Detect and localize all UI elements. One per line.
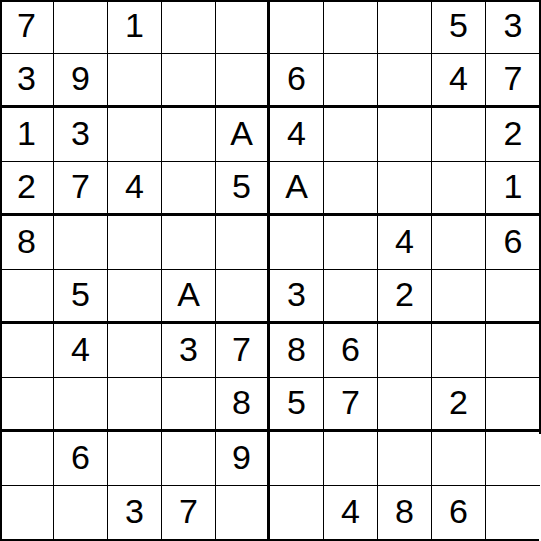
cell-r4c9[interactable] (432, 162, 486, 216)
cell-r8c5: 8 (216, 378, 270, 432)
sudoku-grid: 71533964713A422745A18465A324378685726937… (0, 0, 540, 540)
cell-r1c9: 5 (432, 0, 486, 54)
cell-r7c9[interactable] (432, 324, 486, 378)
cell-r10c7: 4 (324, 486, 378, 540)
cell-r2c4[interactable] (162, 54, 216, 108)
cell-r5c5[interactable] (216, 216, 270, 270)
cell-r3c10: 2 (486, 108, 540, 162)
cell-r5c4[interactable] (162, 216, 216, 270)
cell-r3c7[interactable] (324, 108, 378, 162)
board-border-left (0, 0, 2, 541)
cell-r9c10[interactable] (486, 432, 540, 486)
cell-r7c5: 7 (216, 324, 270, 378)
cell-r1c2[interactable] (54, 0, 108, 54)
cell-r3c2: 3 (54, 108, 108, 162)
cell-value: 6 (449, 492, 468, 531)
cell-r6c1[interactable] (0, 270, 54, 324)
cell-value: 5 (71, 275, 90, 314)
cell-r5c1: 8 (0, 216, 54, 270)
cell-r5c2[interactable] (54, 216, 108, 270)
cell-value: 6 (341, 330, 360, 369)
cell-r8c7: 7 (324, 378, 378, 432)
cell-value: 9 (71, 59, 90, 98)
cell-value: 8 (287, 330, 306, 369)
cell-r2c5[interactable] (216, 54, 270, 108)
cell-value: 4 (287, 114, 306, 153)
cell-r6c2: 5 (54, 270, 108, 324)
cell-r7c4: 3 (162, 324, 216, 378)
cell-value: 3 (125, 492, 144, 531)
cell-r2c3[interactable] (108, 54, 162, 108)
cell-r7c2: 4 (54, 324, 108, 378)
cell-r7c8[interactable] (378, 324, 432, 378)
cell-value: 6 (287, 59, 306, 98)
cell-r6c10[interactable] (486, 270, 540, 324)
cell-r1c5[interactable] (216, 0, 270, 54)
cell-r2c9: 4 (432, 54, 486, 108)
cell-r3c1: 1 (0, 108, 54, 162)
cell-r10c8: 8 (378, 486, 432, 540)
cell-value: 4 (71, 330, 90, 369)
cell-r3c3[interactable] (108, 108, 162, 162)
cell-value: 5 (287, 383, 306, 422)
cell-r9c5: 9 (216, 432, 270, 486)
cell-r3c4[interactable] (162, 108, 216, 162)
cell-value: 9 (232, 438, 251, 477)
cell-r10c3: 3 (108, 486, 162, 540)
cell-r7c1[interactable] (0, 324, 54, 378)
cell-value: A (285, 167, 308, 206)
cell-r1c6[interactable] (270, 0, 324, 54)
cell-r1c8[interactable] (378, 0, 432, 54)
cell-value: 2 (449, 383, 468, 422)
cell-r7c7: 6 (324, 324, 378, 378)
cell-r4c5: 5 (216, 162, 270, 216)
cell-r4c3: 4 (108, 162, 162, 216)
cell-value: A (177, 275, 200, 314)
cell-r10c9: 6 (432, 486, 486, 540)
cell-r10c4: 7 (162, 486, 216, 540)
cell-r6c8: 2 (378, 270, 432, 324)
cell-value: 2 (504, 114, 523, 153)
cell-r9c1[interactable] (0, 432, 54, 486)
cell-r6c4: A (162, 270, 216, 324)
cell-value: 7 (504, 59, 523, 98)
cell-r8c10[interactable] (486, 378, 540, 432)
cell-r10c1[interactable] (0, 486, 54, 540)
cell-value: 1 (17, 114, 36, 153)
cell-r3c8[interactable] (378, 108, 432, 162)
cell-r5c8: 4 (378, 216, 432, 270)
cell-r8c9: 2 (432, 378, 486, 432)
cell-r8c8[interactable] (378, 378, 432, 432)
cell-value: 7 (17, 6, 36, 45)
cell-value: 3 (287, 275, 306, 314)
cell-r7c3[interactable] (108, 324, 162, 378)
cell-r1c3: 1 (108, 0, 162, 54)
cell-r3c6: 4 (270, 108, 324, 162)
cell-r8c1[interactable] (0, 378, 54, 432)
cell-r5c6[interactable] (270, 216, 324, 270)
cell-value: 8 (232, 383, 251, 422)
cell-value: 3 (17, 59, 36, 98)
cell-value: 7 (179, 492, 198, 531)
cell-value: 3 (504, 6, 523, 45)
cell-value: 7 (341, 383, 360, 422)
cell-value: 1 (504, 167, 523, 206)
cell-r10c2[interactable] (54, 486, 108, 540)
sudoku-board: 71533964713A422745A18465A324378685726937… (0, 0, 541, 541)
cell-r7c6: 8 (270, 324, 324, 378)
cell-r8c2[interactable] (54, 378, 108, 432)
cell-r2c6: 6 (270, 54, 324, 108)
cell-value: 6 (71, 438, 90, 477)
cell-r6c5[interactable] (216, 270, 270, 324)
cell-r5c10: 6 (486, 216, 540, 270)
cell-value: 3 (179, 330, 198, 369)
cell-value: 7 (71, 167, 90, 206)
cell-value: 5 (449, 6, 468, 45)
cell-r10c6[interactable] (270, 486, 324, 540)
cell-r2c8[interactable] (378, 54, 432, 108)
cell-value: 4 (449, 59, 468, 98)
cell-value: 8 (17, 222, 36, 261)
cell-r9c6[interactable] (270, 432, 324, 486)
cell-r10c5[interactable] (216, 486, 270, 540)
cell-r5c7[interactable] (324, 216, 378, 270)
cell-value: 8 (395, 492, 414, 531)
cell-r4c10: 1 (486, 162, 540, 216)
cell-r5c3[interactable] (108, 216, 162, 270)
cell-r6c3[interactable] (108, 270, 162, 324)
cell-value: A (230, 114, 253, 153)
board-border-top (0, 0, 541, 2)
cell-r4c2: 7 (54, 162, 108, 216)
cell-r6c7[interactable] (324, 270, 378, 324)
cell-r3c9[interactable] (432, 108, 486, 162)
cell-r10c10[interactable] (486, 486, 540, 540)
cell-r4c7[interactable] (324, 162, 378, 216)
cell-r2c1: 3 (0, 54, 54, 108)
cell-r8c4[interactable] (162, 378, 216, 432)
cell-r4c6: A (270, 162, 324, 216)
cell-value: 3 (71, 114, 90, 153)
cell-value: 1 (125, 6, 144, 45)
cell-r9c8[interactable] (378, 432, 432, 486)
cell-r6c6: 3 (270, 270, 324, 324)
cell-r3c5: A (216, 108, 270, 162)
cell-r7c10[interactable] (486, 324, 540, 378)
cell-value: 4 (341, 492, 360, 531)
cell-r9c7[interactable] (324, 432, 378, 486)
cell-r9c3[interactable] (108, 432, 162, 486)
cell-value: 5 (232, 167, 251, 206)
cell-r1c4[interactable] (162, 0, 216, 54)
cell-value: 6 (504, 222, 523, 261)
cell-r9c9[interactable] (432, 432, 486, 486)
cell-r2c2: 9 (54, 54, 108, 108)
cell-r5c9[interactable] (432, 216, 486, 270)
cell-r4c8[interactable] (378, 162, 432, 216)
cell-r1c7[interactable] (324, 0, 378, 54)
cell-r2c7[interactable] (324, 54, 378, 108)
cell-r8c6: 5 (270, 378, 324, 432)
cell-r4c4[interactable] (162, 162, 216, 216)
cell-r6c9[interactable] (432, 270, 486, 324)
cell-r9c4[interactable] (162, 432, 216, 486)
cell-value: 2 (395, 275, 414, 314)
cell-r1c1: 7 (0, 0, 54, 54)
cell-r8c3[interactable] (108, 378, 162, 432)
cell-r2c10: 7 (486, 54, 540, 108)
cell-value: 2 (17, 167, 36, 206)
cell-r9c2: 6 (54, 432, 108, 486)
cell-r1c10: 3 (486, 0, 540, 54)
cell-r4c1: 2 (0, 162, 54, 216)
cell-value: 4 (395, 222, 414, 261)
cell-value: 7 (232, 330, 251, 369)
cell-value: 4 (125, 167, 144, 206)
